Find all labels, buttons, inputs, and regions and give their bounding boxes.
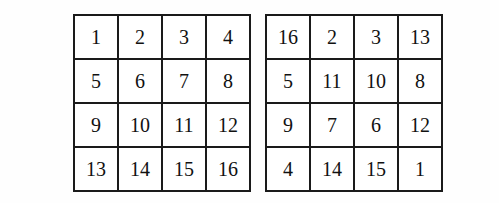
right-cell-r4c3: 15: [355, 148, 397, 190]
right-cell-r1c3: 3: [355, 16, 397, 58]
magic-square-figure: 1 2 3 4 5 6 7 8 9 10 11 12 13 14 15 16 1…: [0, 0, 499, 203]
left-cell-r4c4: 16: [207, 148, 249, 190]
right-cell-r2c4: 8: [399, 60, 441, 102]
left-cell-r1c2: 2: [119, 16, 161, 58]
left-cell-r1c3: 3: [163, 16, 205, 58]
right-cell-r2c3: 10: [355, 60, 397, 102]
left-cell-r2c4: 8: [207, 60, 249, 102]
right-cell-r4c4: 1: [399, 148, 441, 190]
left-cell-r3c2: 10: [119, 104, 161, 146]
left-cell-r4c1: 13: [75, 148, 117, 190]
right-cell-r1c4: 13: [399, 16, 441, 58]
sequential-grid: 1 2 3 4 5 6 7 8 9 10 11 12 13 14 15 16: [73, 14, 251, 192]
right-cell-r2c1: 5: [267, 60, 309, 102]
left-cell-r3c1: 9: [75, 104, 117, 146]
right-cell-r2c2: 11: [311, 60, 353, 102]
left-cell-r2c1: 5: [75, 60, 117, 102]
left-cell-r1c1: 1: [75, 16, 117, 58]
right-cell-r1c1: 16: [267, 16, 309, 58]
right-cell-r4c1: 4: [267, 148, 309, 190]
left-cell-r3c3: 11: [163, 104, 205, 146]
left-cell-r2c2: 6: [119, 60, 161, 102]
right-cell-r3c4: 12: [399, 104, 441, 146]
left-cell-r4c2: 14: [119, 148, 161, 190]
right-cell-r4c2: 14: [311, 148, 353, 190]
right-cell-r3c2: 7: [311, 104, 353, 146]
durer-magic-square: 16 2 3 13 5 11 10 8 9 7 6 12 4 14 15 1: [265, 14, 443, 192]
right-cell-r3c1: 9: [267, 104, 309, 146]
left-cell-r3c4: 12: [207, 104, 249, 146]
right-cell-r1c2: 2: [311, 16, 353, 58]
left-cell-r1c4: 4: [207, 16, 249, 58]
left-cell-r2c3: 7: [163, 60, 205, 102]
right-cell-r3c3: 6: [355, 104, 397, 146]
left-cell-r4c3: 15: [163, 148, 205, 190]
